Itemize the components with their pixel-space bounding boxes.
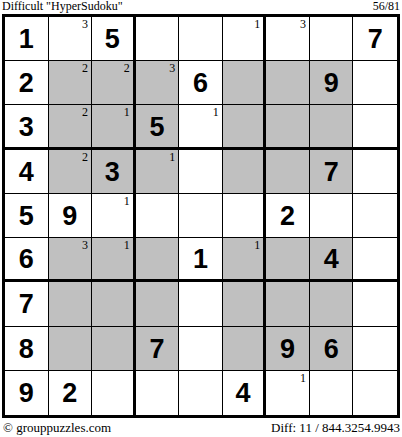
given-digit: 3 [5,105,48,146]
cell-r6c1[interactable]: 6 [5,238,49,282]
progress-counter: 56/81 [373,0,400,13]
given-digit: 2 [266,194,309,237]
footer: © grouppuzzles.com Diff: 11 / 844.3254.9… [3,420,400,435]
cell-r9c8[interactable] [310,371,354,415]
cell-r7c6[interactable] [223,282,267,326]
cell-r5c7[interactable]: 2 [266,194,310,238]
pencil-mark: 3 [169,62,175,75]
cell-r7c7[interactable] [266,282,310,326]
pencil-mark: 1 [213,106,219,119]
given-digit: 9 [49,194,92,237]
cell-r7c2[interactable] [49,282,93,326]
cell-r7c4[interactable] [136,282,180,326]
pencil-mark: 1 [169,151,175,164]
cell-r2c5[interactable]: 6 [179,61,223,105]
cell-r8c3[interactable] [92,327,136,371]
cell-r5c8[interactable] [310,194,354,238]
cell-r4c1[interactable]: 4 [5,150,49,194]
cell-r2c1[interactable]: 2 [5,61,49,105]
cell-r2c3[interactable]: 2 [92,61,136,105]
cell-r2c9[interactable] [353,61,397,105]
cell-r2c7[interactable] [266,61,310,105]
cell-r1c9[interactable]: 7 [353,17,397,61]
cell-r8c5[interactable] [179,327,223,371]
cell-r3c6[interactable] [223,105,267,149]
given-digit: 1 [179,238,222,279]
cell-r6c5[interactable]: 1 [179,238,223,282]
puzzle-page: Difficult "HyperSudoku" 56/81 1351372223… [0,0,402,437]
given-digit: 6 [179,61,222,104]
cell-r7c1[interactable]: 7 [5,282,49,326]
cell-r8c6[interactable] [223,327,267,371]
puzzle-title: Difficult "HyperSudoku" [2,0,123,13]
cell-r3c4[interactable]: 5 [136,105,180,149]
given-digit: 7 [310,150,353,193]
cell-r4c6[interactable] [223,150,267,194]
given-digit: 7 [5,282,48,325]
cell-r4c9[interactable] [353,150,397,194]
pencil-mark: 3 [82,18,88,31]
cell-r1c1[interactable]: 1 [5,17,49,61]
cell-r6c9[interactable] [353,238,397,282]
cell-r6c8[interactable]: 4 [310,238,354,282]
cell-r5c2[interactable]: 9 [49,194,93,238]
cell-r7c8[interactable] [310,282,354,326]
cell-r8c9[interactable] [353,327,397,371]
cell-r3c8[interactable] [310,105,354,149]
cell-r3c1[interactable]: 3 [5,105,49,149]
given-digit: 9 [266,327,309,370]
copyright-text: © grouppuzzles.com [3,420,111,435]
cell-r8c8[interactable]: 6 [310,327,354,371]
cell-r1c8[interactable] [310,17,354,61]
given-digit: 3 [92,150,133,193]
cell-r7c9[interactable] [353,282,397,326]
cell-r9c3[interactable] [92,371,136,415]
cell-r3c7[interactable] [266,105,310,149]
cell-r3c5[interactable]: 1 [179,105,223,149]
cell-r2c4[interactable]: 3 [136,61,180,105]
given-digit: 2 [5,61,48,104]
given-digit: 5 [5,194,48,237]
given-digit: 4 [5,150,48,193]
cell-r4c7[interactable] [266,150,310,194]
pencil-mark: 1 [124,239,130,252]
cell-r7c5[interactable] [179,282,223,326]
cell-r8c1[interactable]: 8 [5,327,49,371]
cell-r4c5[interactable] [179,150,223,194]
given-digit: 8 [5,327,48,370]
cell-r5c6[interactable] [223,194,267,238]
given-digit: 7 [136,327,179,370]
pencil-mark: 2 [82,151,88,164]
cell-r1c3[interactable]: 5 [92,17,136,61]
header: Difficult "HyperSudoku" 56/81 [2,0,400,13]
given-digit: 6 [310,327,353,370]
pencil-mark: 1 [124,106,130,119]
pencil-mark: 3 [300,18,306,31]
cell-r8c4[interactable]: 7 [136,327,180,371]
given-digit: 2 [49,371,92,415]
difficulty-text: Diff: 11 / 844.3254.9943 [271,420,400,435]
cell-r9c6[interactable]: 4 [223,371,267,415]
given-digit: 9 [5,371,48,415]
cell-r3c3[interactable]: 1 [92,105,136,149]
cell-r3c9[interactable] [353,105,397,149]
cell-r6c3[interactable]: 1 [92,238,136,282]
cell-r9c1[interactable]: 9 [5,371,49,415]
cell-r4c8[interactable]: 7 [310,150,354,194]
cell-r4c3[interactable]: 3 [92,150,136,194]
cell-r6c4[interactable] [136,238,180,282]
pencil-mark: 2 [82,62,88,75]
given-digit: 7 [353,17,397,60]
cell-r1c2[interactable]: 3 [49,17,93,61]
pencil-mark: 1 [254,239,260,252]
given-digit: 6 [5,238,48,279]
cell-r3c2[interactable]: 2 [49,105,93,149]
pencil-mark: 2 [82,106,88,119]
cell-r1c7[interactable]: 3 [266,17,310,61]
cell-r5c3[interactable]: 1 [92,194,136,238]
cell-r4c2[interactable]: 2 [49,150,93,194]
pencil-mark: 1 [124,195,130,208]
pencil-mark: 2 [124,62,130,75]
given-digit: 9 [310,61,353,104]
cell-r6c2[interactable]: 3 [49,238,93,282]
given-digit: 5 [136,105,179,146]
cell-r9c7[interactable]: 1 [266,371,310,415]
pencil-mark: 1 [300,372,306,385]
cell-r2c8[interactable]: 9 [310,61,354,105]
cell-r8c2[interactable] [49,327,93,371]
given-digit: 4 [223,371,264,415]
pencil-mark: 3 [82,239,88,252]
cell-r5c4[interactable] [136,194,180,238]
cell-r5c5[interactable] [179,194,223,238]
cell-r6c7[interactable] [266,238,310,282]
given-digit: 1 [5,17,48,60]
cell-r6c6[interactable]: 1 [223,238,267,282]
cell-r9c5[interactable] [179,371,223,415]
cell-r1c6[interactable]: 1 [223,17,267,61]
cell-r2c2[interactable]: 2 [49,61,93,105]
cell-r8c7[interactable]: 9 [266,327,310,371]
cell-r1c5[interactable] [179,17,223,61]
pencil-mark: 1 [254,18,260,31]
sudoku-grid: 1351372223693215142317591263111478796924… [2,14,400,418]
cell-r5c9[interactable] [353,194,397,238]
cell-r9c9[interactable] [353,371,397,415]
cell-r1c4[interactable] [136,17,180,61]
given-digit: 5 [92,17,133,60]
cell-r2c6[interactable] [223,61,267,105]
cell-r5c1[interactable]: 5 [5,194,49,238]
cell-r9c2[interactable]: 2 [49,371,93,415]
given-digit: 4 [310,238,353,279]
cell-r9c4[interactable] [136,371,180,415]
cell-r4c4[interactable]: 1 [136,150,180,194]
cell-r7c3[interactable] [92,282,136,326]
